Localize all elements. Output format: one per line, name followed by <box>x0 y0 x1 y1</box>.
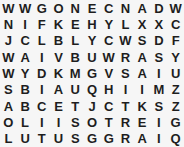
grid-cell[interactable]: O <box>84 114 101 130</box>
grid-cell[interactable]: M <box>67 65 84 81</box>
grid-cell[interactable]: Y <box>84 33 101 49</box>
grid-cell[interactable]: E <box>84 0 101 16</box>
grid-cell[interactable]: G <box>84 131 101 147</box>
grid-cell[interactable]: W <box>117 33 134 49</box>
grid-cell[interactable]: Z <box>167 82 184 98</box>
grid-cell[interactable]: T <box>100 114 117 130</box>
grid-cell[interactable]: I <box>117 82 134 98</box>
grid-cell[interactable]: N <box>67 0 84 16</box>
grid-cell[interactable]: U <box>50 131 67 147</box>
grid-cell[interactable]: C <box>100 98 117 114</box>
grid-cell[interactable]: C <box>100 33 117 49</box>
grid-cell[interactable]: I <box>151 65 168 81</box>
grid-cell[interactable]: H <box>100 82 117 98</box>
grid-cell[interactable]: U <box>167 65 184 81</box>
grid-cell[interactable]: D <box>151 0 168 16</box>
grid-cell[interactable]: S <box>67 131 84 147</box>
grid-cell[interactable]: J <box>84 98 101 114</box>
grid-cell[interactable]: A <box>17 49 34 65</box>
grid-cell[interactable]: R <box>117 49 134 65</box>
grid-cell[interactable]: X <box>134 16 151 32</box>
grid-cell[interactable]: W <box>0 49 17 65</box>
grid-cell[interactable]: O <box>50 0 67 16</box>
grid-cell[interactable]: T <box>67 98 84 114</box>
grid-cell[interactable]: N <box>117 0 134 16</box>
grid-cell[interactable]: E <box>67 16 84 32</box>
grid-cell[interactable]: K <box>134 98 151 114</box>
grid-cell[interactable]: L <box>117 16 134 32</box>
grid-cell[interactable]: W <box>0 0 17 16</box>
grid-cell[interactable]: L <box>0 131 17 147</box>
grid-cell[interactable]: G <box>167 114 184 130</box>
grid-cell[interactable]: W <box>100 49 117 65</box>
grid-cell[interactable]: B <box>50 33 67 49</box>
grid-cell[interactable]: W <box>17 0 34 16</box>
grid-cell[interactable]: T <box>117 98 134 114</box>
grid-cell[interactable]: L <box>17 114 34 130</box>
grid-cell[interactable]: S <box>134 33 151 49</box>
grid-cell[interactable]: C <box>17 33 34 49</box>
grid-cell[interactable]: O <box>0 114 17 130</box>
grid-cell[interactable]: Q <box>84 82 101 98</box>
word-search-grid: WWGONECNADWNIFKEHYLXXCJCLBLYCWSDFWAIVBUW… <box>0 0 184 147</box>
grid-cell[interactable]: U <box>84 49 101 65</box>
grid-cell[interactable]: A <box>134 131 151 147</box>
grid-cell[interactable]: Y <box>100 16 117 32</box>
grid-cell[interactable]: U <box>67 82 84 98</box>
grid-cell[interactable]: I <box>33 114 50 130</box>
grid-cell[interactable]: G <box>100 131 117 147</box>
grid-cell[interactable]: Y <box>17 65 34 81</box>
grid-cell[interactable]: C <box>100 0 117 16</box>
grid-cell[interactable]: I <box>134 82 151 98</box>
grid-cell[interactable]: F <box>33 16 50 32</box>
grid-cell[interactable]: S <box>0 82 17 98</box>
grid-cell[interactable]: S <box>67 114 84 130</box>
grid-cell[interactable]: I <box>50 114 67 130</box>
grid-cell[interactable]: B <box>67 49 84 65</box>
grid-cell[interactable]: V <box>100 65 117 81</box>
grid-cell[interactable]: I <box>151 114 168 130</box>
grid-cell[interactable]: L <box>67 33 84 49</box>
grid-cell[interactable]: H <box>84 16 101 32</box>
grid-cell[interactable]: I <box>33 82 50 98</box>
grid-cell[interactable]: R <box>117 114 134 130</box>
grid-cell[interactable]: I <box>17 16 34 32</box>
grid-cell[interactable]: W <box>0 65 17 81</box>
grid-cell[interactable]: B <box>17 98 34 114</box>
grid-cell[interactable]: D <box>33 65 50 81</box>
grid-cell[interactable]: L <box>33 33 50 49</box>
grid-cell[interactable]: U <box>17 131 34 147</box>
grid-cell[interactable]: S <box>151 49 168 65</box>
grid-cell[interactable]: R <box>117 131 134 147</box>
grid-cell[interactable]: I <box>33 49 50 65</box>
grid-cell[interactable]: N <box>0 16 17 32</box>
grid-cell[interactable]: J <box>0 33 17 49</box>
grid-cell[interactable]: Y <box>167 49 184 65</box>
grid-cell[interactable]: E <box>50 98 67 114</box>
grid-cell[interactable]: B <box>17 82 34 98</box>
grid-cell[interactable]: V <box>50 49 67 65</box>
grid-cell[interactable]: G <box>33 0 50 16</box>
grid-cell[interactable]: C <box>167 16 184 32</box>
grid-cell[interactable]: A <box>134 49 151 65</box>
grid-cell[interactable]: Q <box>167 131 184 147</box>
grid-cell[interactable]: A <box>50 82 67 98</box>
grid-cell[interactable]: I <box>151 131 168 147</box>
grid-cell[interactable]: E <box>134 114 151 130</box>
grid-cell[interactable]: Z <box>167 98 184 114</box>
grid-cell[interactable]: D <box>151 33 168 49</box>
grid-cell[interactable]: M <box>151 82 168 98</box>
grid-cell[interactable]: X <box>151 16 168 32</box>
grid-cell[interactable]: F <box>167 33 184 49</box>
grid-cell[interactable]: K <box>50 16 67 32</box>
grid-cell[interactable]: A <box>134 0 151 16</box>
grid-cell[interactable]: K <box>50 65 67 81</box>
grid-cell[interactable]: S <box>151 98 168 114</box>
grid-cell[interactable]: G <box>84 65 101 81</box>
grid-cell[interactable]: A <box>134 65 151 81</box>
grid-cell[interactable]: W <box>167 0 184 16</box>
grid-cell[interactable]: C <box>33 98 50 114</box>
grid-cell[interactable]: S <box>117 65 134 81</box>
grid-cell[interactable]: A <box>0 98 17 114</box>
grid-cell[interactable]: T <box>33 131 50 147</box>
